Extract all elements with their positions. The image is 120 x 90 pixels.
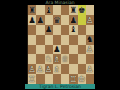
square-f1[interactable]: ♖	[69, 74, 77, 84]
square-a5[interactable]	[28, 35, 36, 45]
chess-board: ♜♝♜♚♟♟♛♟♙♟♝♞♟♙♘♗♕♙♙♙♗♙♖♖♔	[27, 5, 94, 84]
black-bishop-piece: ♝	[45, 6, 53, 15]
square-e8[interactable]	[61, 5, 69, 15]
square-c2[interactable]: ♙	[45, 64, 53, 74]
square-d5[interactable]	[53, 35, 61, 45]
black-pawn-piece: ♟	[37, 16, 45, 25]
square-h2[interactable]: ♙	[86, 64, 94, 74]
black-king-piece: ♚	[78, 6, 86, 15]
square-f7[interactable]: ♟	[69, 15, 77, 25]
white-pawn-piece: ♙	[37, 65, 45, 74]
white-queen-piece: ♕	[61, 55, 69, 64]
white-pawn-piece: ♙	[86, 16, 94, 25]
white-bishop-piece: ♗	[53, 65, 61, 74]
square-f2[interactable]	[69, 64, 77, 74]
white-pawn-piece: ♙	[28, 65, 36, 74]
black-bishop-piece: ♝	[70, 25, 78, 34]
white-knight-piece: ♘	[45, 55, 53, 64]
square-c5[interactable]	[45, 35, 53, 45]
square-f4[interactable]	[69, 45, 77, 55]
square-a3[interactable]	[28, 54, 36, 64]
black-rook-piece: ♜	[28, 6, 36, 15]
square-c6[interactable]: ♟	[45, 25, 53, 35]
square-g7[interactable]	[78, 15, 86, 25]
square-f6[interactable]: ♝	[69, 25, 77, 35]
square-h8[interactable]	[86, 5, 94, 15]
square-h6[interactable]	[86, 25, 94, 35]
square-f8[interactable]: ♜	[69, 5, 77, 15]
square-g3[interactable]	[78, 54, 86, 64]
white-rook-piece: ♖	[28, 75, 36, 84]
square-e1[interactable]	[61, 74, 69, 84]
black-pawn-piece: ♟	[53, 45, 61, 54]
square-a1[interactable]: ♖	[28, 74, 36, 84]
square-b8[interactable]	[36, 5, 44, 15]
square-c3[interactable]: ♘	[45, 54, 53, 64]
square-c4[interactable]	[45, 45, 53, 55]
video-frame: Ara Minasian ♜♝♜♚♟♟♛♟♙♟♝♞♟♙♘♗♕♙♙♙♗♙♖♖♔ T…	[0, 0, 120, 90]
square-d1[interactable]	[53, 74, 61, 84]
square-b5[interactable]	[36, 35, 44, 45]
square-a6[interactable]	[28, 25, 36, 35]
square-h5[interactable]: ♞	[86, 35, 94, 45]
white-pawn-piece: ♙	[45, 65, 53, 74]
square-g1[interactable]: ♔	[78, 74, 86, 84]
white-pawn-piece: ♙	[86, 65, 94, 74]
square-a4[interactable]	[28, 45, 36, 55]
square-e3[interactable]: ♕	[61, 54, 69, 64]
black-rook-piece: ♜	[70, 6, 78, 15]
square-f5[interactable]	[69, 35, 77, 45]
square-b4[interactable]	[36, 45, 44, 55]
square-d8[interactable]	[53, 5, 61, 15]
square-e2[interactable]	[61, 64, 69, 74]
square-e4[interactable]	[61, 45, 69, 55]
square-g8[interactable]: ♚	[78, 5, 86, 15]
player-name-white: Tigran L. Petrosian	[25, 84, 95, 89]
square-d4[interactable]: ♟	[53, 45, 61, 55]
white-king-piece: ♔	[78, 75, 86, 84]
white-rook-piece: ♖	[70, 75, 78, 84]
black-knight-piece: ♞	[86, 35, 94, 44]
white-pawn-piece: ♙	[86, 45, 94, 54]
square-a2[interactable]: ♙	[28, 64, 36, 74]
square-a8[interactable]: ♜	[28, 5, 36, 15]
square-h1[interactable]	[86, 74, 94, 84]
square-h4[interactable]: ♙	[86, 45, 94, 55]
square-c7[interactable]	[45, 15, 53, 25]
square-d7[interactable]: ♛	[53, 15, 61, 25]
square-b6[interactable]	[36, 25, 44, 35]
square-h7[interactable]: ♙	[86, 15, 94, 25]
square-e6[interactable]	[61, 25, 69, 35]
square-g4[interactable]	[78, 45, 86, 55]
black-pawn-piece: ♟	[28, 16, 36, 25]
square-b3[interactable]	[36, 54, 44, 64]
square-a7[interactable]: ♟	[28, 15, 36, 25]
black-pawn-piece: ♟	[70, 16, 78, 25]
square-d2[interactable]: ♗	[53, 64, 61, 74]
square-d3[interactable]: ♗	[53, 54, 61, 64]
square-b1[interactable]	[36, 74, 44, 84]
square-g6[interactable]	[78, 25, 86, 35]
square-f3[interactable]	[69, 54, 77, 64]
black-pawn-piece: ♟	[45, 25, 53, 34]
square-b2[interactable]: ♙	[36, 64, 44, 74]
square-c1[interactable]	[45, 74, 53, 84]
square-g5[interactable]	[78, 35, 86, 45]
black-queen-piece: ♛	[53, 16, 61, 25]
square-c8[interactable]: ♝	[45, 5, 53, 15]
square-d6[interactable]	[53, 25, 61, 35]
square-e7[interactable]	[61, 15, 69, 25]
white-bishop-piece: ♗	[53, 55, 61, 64]
square-b7[interactable]: ♟	[36, 15, 44, 25]
square-e5[interactable]	[61, 35, 69, 45]
square-h3[interactable]	[86, 54, 94, 64]
square-g2[interactable]	[78, 64, 86, 74]
